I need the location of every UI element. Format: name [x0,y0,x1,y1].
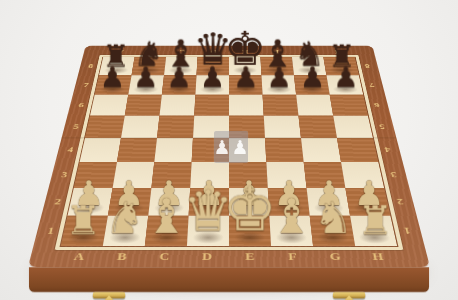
watermark-pawn-icon: ♟ [213,138,230,157]
coordinate-label: C [166,46,198,56]
brass-clasp-left [93,292,125,298]
coordinate-label: D [198,46,229,56]
coordinate-label: 7 [359,75,385,94]
coordinate-label: 5 [368,116,396,138]
chess-set-photo: ABCDEFGH ABCDEFGH 87654321 87654321 ♜♞♝♛… [0,0,458,300]
stock-photo-watermark: ♟ ♟ [214,131,248,163]
coordinate-label: B [135,46,168,56]
white-rook-icon: ♜ [333,200,416,240]
coordinate-label: H [322,46,355,56]
coordinate-label: F [260,46,292,56]
white-rook-h1[interactable]: ♜ [350,216,397,246]
box-front-edge [29,267,429,292]
black-pawn-h7[interactable]: ♟ [326,75,363,94]
coordinate-label: A [103,46,136,56]
coordinate-label: 6 [363,95,390,116]
file-labels-top: ABCDEFGH [103,46,355,56]
coordinate-label: E [229,46,260,56]
brass-clasp-right [333,292,365,298]
coordinate-label: G [291,46,324,56]
coordinate-label: 8 [355,57,380,75]
watermark-pawn-icon: ♟ [232,138,249,157]
